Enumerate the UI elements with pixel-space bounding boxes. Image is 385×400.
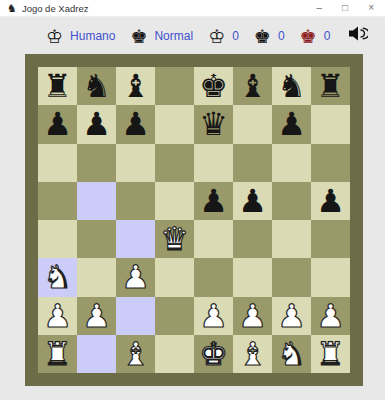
square-h4[interactable] xyxy=(311,220,350,258)
piece-black-bishop: ♝ xyxy=(238,67,267,105)
square-f3[interactable] xyxy=(233,258,272,296)
square-e8[interactable]: ♚ xyxy=(194,67,233,105)
square-f6[interactable] xyxy=(233,144,272,182)
square-c1[interactable]: ♝ xyxy=(116,335,155,373)
square-g7[interactable]: ♟ xyxy=(272,105,311,143)
piece-black-pawn: ♟ xyxy=(277,105,306,143)
square-a3[interactable]: ♞ xyxy=(38,258,77,296)
square-b3[interactable] xyxy=(77,258,116,296)
square-h5[interactable]: ♟ xyxy=(311,182,350,220)
square-f7[interactable] xyxy=(233,105,272,143)
white-score-counter: ♔ 0 xyxy=(208,26,239,46)
black-king-icon: ♚ xyxy=(254,26,271,46)
square-c5[interactable] xyxy=(116,182,155,220)
square-h6[interactable] xyxy=(311,144,350,182)
square-e1[interactable]: ♚ xyxy=(194,335,233,373)
square-b7[interactable]: ♟ xyxy=(77,105,116,143)
square-a5[interactable] xyxy=(38,182,77,220)
square-f8[interactable]: ♝ xyxy=(233,67,272,105)
square-d1[interactable] xyxy=(155,335,194,373)
square-e4[interactable] xyxy=(194,220,233,258)
square-d4[interactable]: ♛ xyxy=(155,220,194,258)
square-b8[interactable]: ♞ xyxy=(77,67,116,105)
piece-black-knight: ♞ xyxy=(277,67,306,105)
piece-white-knight: ♞ xyxy=(43,258,72,296)
red-king-icon: ♚ xyxy=(300,26,317,46)
piece-white-pawn: ♟ xyxy=(82,297,111,335)
white-king-icon: ♔ xyxy=(208,26,225,46)
board-area: ♜♞♝♚♝♞♜♟♟♟♛♟♟♟♟♛♞♟♟♟♟♟♟♟♜♝♚♝♞♜ xyxy=(25,54,385,386)
piece-black-bishop: ♝ xyxy=(121,67,150,105)
square-a4[interactable] xyxy=(38,220,77,258)
square-a6[interactable] xyxy=(38,144,77,182)
square-h1[interactable]: ♜ xyxy=(311,335,350,373)
square-e3[interactable] xyxy=(194,258,233,296)
square-e6[interactable] xyxy=(194,144,233,182)
square-d2[interactable] xyxy=(155,297,194,335)
difficulty-label: Normal xyxy=(154,29,193,43)
white-player-label: Humano xyxy=(70,29,115,43)
piece-black-pawn: ♟ xyxy=(238,182,267,220)
piece-white-rook: ♜ xyxy=(316,335,345,373)
window-title: Jogo de Xadrez xyxy=(22,3,89,14)
piece-black-pawn: ♟ xyxy=(199,182,228,220)
square-c3[interactable]: ♟ xyxy=(116,258,155,296)
square-b1[interactable] xyxy=(77,335,116,373)
square-e7[interactable]: ♛ xyxy=(194,105,233,143)
square-f5[interactable]: ♟ xyxy=(233,182,272,220)
sound-toggle[interactable] xyxy=(349,26,368,45)
square-d8[interactable] xyxy=(155,67,194,105)
square-g1[interactable]: ♞ xyxy=(272,335,311,373)
square-f2[interactable]: ♟ xyxy=(233,297,272,335)
piece-white-pawn: ♟ xyxy=(316,297,345,335)
square-d5[interactable] xyxy=(155,182,194,220)
title-bar: ♞ Jogo de Xadrez – □ × xyxy=(0,0,385,17)
black-king-icon: ♚ xyxy=(130,26,147,46)
piece-white-bishop: ♝ xyxy=(121,335,150,373)
white-king-icon: ♔ xyxy=(46,26,63,46)
piece-black-rook: ♜ xyxy=(43,67,72,105)
piece-black-pawn: ♟ xyxy=(121,105,150,143)
square-a8[interactable]: ♜ xyxy=(38,67,77,105)
piece-black-pawn: ♟ xyxy=(82,105,111,143)
square-d7[interactable] xyxy=(155,105,194,143)
piece-black-king: ♚ xyxy=(199,67,228,105)
square-c6[interactable] xyxy=(116,144,155,182)
square-a7[interactable]: ♟ xyxy=(38,105,77,143)
square-b6[interactable] xyxy=(77,144,116,182)
knight-icon: ♞ xyxy=(7,3,17,14)
square-a2[interactable]: ♟ xyxy=(38,297,77,335)
square-g5[interactable] xyxy=(272,182,311,220)
piece-white-king: ♚ xyxy=(199,335,228,373)
square-g2[interactable]: ♟ xyxy=(272,297,311,335)
piece-white-queen: ♛ xyxy=(160,220,189,258)
piece-black-pawn: ♟ xyxy=(316,182,345,220)
speaker-icon xyxy=(349,26,368,45)
square-g6[interactable] xyxy=(272,144,311,182)
piece-white-pawn: ♟ xyxy=(277,297,306,335)
black-score-value: 0 xyxy=(278,29,285,43)
square-g3[interactable] xyxy=(272,258,311,296)
piece-white-knight: ♞ xyxy=(277,335,306,373)
red-score-counter: ♚ 0 xyxy=(300,26,331,46)
piece-black-pawn: ♟ xyxy=(43,105,72,143)
square-h8[interactable]: ♜ xyxy=(311,67,350,105)
maximize-button[interactable]: □ xyxy=(342,3,348,13)
square-d6[interactable] xyxy=(155,144,194,182)
square-d3[interactable] xyxy=(155,258,194,296)
square-h3[interactable] xyxy=(311,258,350,296)
piece-white-pawn: ♟ xyxy=(121,258,150,296)
square-f4[interactable] xyxy=(233,220,272,258)
chess-board: ♜♞♝♚♝♞♜♟♟♟♛♟♟♟♟♛♞♟♟♟♟♟♟♟♜♝♚♝♞♜ xyxy=(25,54,363,386)
square-c7[interactable]: ♟ xyxy=(116,105,155,143)
square-c4[interactable] xyxy=(116,220,155,258)
piece-black-rook: ♜ xyxy=(316,67,345,105)
square-b2[interactable]: ♟ xyxy=(77,297,116,335)
square-a1[interactable]: ♜ xyxy=(38,335,77,373)
toolbar: ♔ Humano ♚ Normal ♔ 0 ♚ 0 ♚ 0 xyxy=(0,17,385,54)
square-e5[interactable]: ♟ xyxy=(194,182,233,220)
red-score-value: 0 xyxy=(324,29,331,43)
square-f1[interactable]: ♝ xyxy=(233,335,272,373)
difficulty-control[interactable]: ♚ Normal xyxy=(130,26,193,46)
app-window: ♞ Jogo de Xadrez – □ × ♔ Humano ♚ Normal… xyxy=(0,0,385,400)
close-button[interactable]: × xyxy=(368,3,374,13)
square-b5[interactable] xyxy=(77,182,116,220)
piece-white-pawn: ♟ xyxy=(238,297,267,335)
piece-black-knight: ♞ xyxy=(82,67,111,105)
square-e2[interactable]: ♟ xyxy=(194,297,233,335)
piece-white-pawn: ♟ xyxy=(43,297,72,335)
minimize-button[interactable]: – xyxy=(317,3,323,13)
piece-white-pawn: ♟ xyxy=(199,297,228,335)
square-c8[interactable]: ♝ xyxy=(116,67,155,105)
piece-white-bishop: ♝ xyxy=(238,335,267,373)
square-c2[interactable] xyxy=(116,297,155,335)
square-h7[interactable] xyxy=(311,105,350,143)
white-score-value: 0 xyxy=(232,29,239,43)
square-b4[interactable] xyxy=(77,220,116,258)
square-g4[interactable] xyxy=(272,220,311,258)
piece-black-queen: ♛ xyxy=(199,105,228,143)
piece-white-rook: ♜ xyxy=(43,335,72,373)
square-g8[interactable]: ♞ xyxy=(272,67,311,105)
square-h2[interactable]: ♟ xyxy=(311,297,350,335)
white-player-control[interactable]: ♔ Humano xyxy=(46,26,115,46)
window-controls: – □ × xyxy=(317,3,374,13)
black-score-counter: ♚ 0 xyxy=(254,26,285,46)
